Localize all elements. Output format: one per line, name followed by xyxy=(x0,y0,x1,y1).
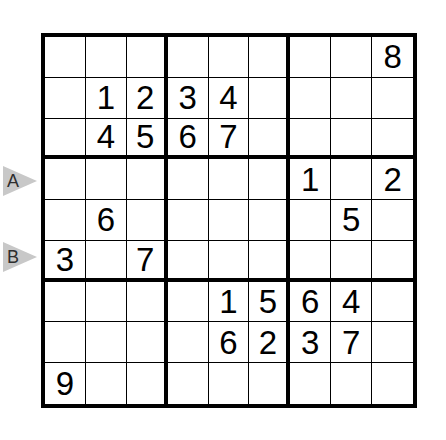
cell-r5c9[interactable] xyxy=(372,200,413,241)
cell-r2c3[interactable]: 2 xyxy=(127,78,168,119)
cell-r8c2[interactable] xyxy=(86,322,127,363)
cell-r8c9[interactable] xyxy=(372,322,413,363)
cell-r5c3[interactable] xyxy=(127,200,168,241)
cell-r4c2[interactable] xyxy=(86,159,127,200)
cell-r9c5[interactable] xyxy=(209,363,250,404)
cell-r9c8[interactable] xyxy=(331,363,372,404)
row-marker-a: A xyxy=(3,166,37,196)
cell-r8c3[interactable] xyxy=(127,322,168,363)
cell-r7c9[interactable] xyxy=(372,282,413,323)
sudoku-grid: 812344567126537156462379 xyxy=(41,33,417,408)
cell-r4c1[interactable] xyxy=(45,159,86,200)
cell-r5c7[interactable] xyxy=(290,200,331,241)
cell-r8c6[interactable]: 2 xyxy=(249,322,290,363)
cell-r3c8[interactable] xyxy=(331,119,372,160)
cell-r5c8[interactable]: 5 xyxy=(331,200,372,241)
cell-r2c9[interactable] xyxy=(372,78,413,119)
cell-r9c6[interactable] xyxy=(249,363,290,404)
cell-r4c7[interactable]: 1 xyxy=(290,159,331,200)
cell-r2c1[interactable] xyxy=(45,78,86,119)
cell-r7c6[interactable]: 5 xyxy=(249,282,290,323)
cell-r3c6[interactable] xyxy=(249,119,290,160)
cell-r6c8[interactable] xyxy=(331,241,372,282)
cell-r2c7[interactable] xyxy=(290,78,331,119)
cell-r1c1[interactable] xyxy=(45,37,86,78)
cell-r9c9[interactable] xyxy=(372,363,413,404)
cell-r2c4[interactable]: 3 xyxy=(168,78,209,119)
sudoku-puzzle: A B 812344567126537156462379 xyxy=(0,0,446,440)
cell-r8c8[interactable]: 7 xyxy=(331,322,372,363)
cell-r2c6[interactable] xyxy=(249,78,290,119)
cell-r3c5[interactable]: 7 xyxy=(209,119,250,160)
cell-r7c5[interactable]: 1 xyxy=(209,282,250,323)
cell-r6c7[interactable] xyxy=(290,241,331,282)
cell-r7c2[interactable] xyxy=(86,282,127,323)
cell-r9c3[interactable] xyxy=(127,363,168,404)
cell-r1c5[interactable] xyxy=(209,37,250,78)
cell-r9c4[interactable] xyxy=(168,363,209,404)
cell-r5c2[interactable]: 6 xyxy=(86,200,127,241)
row-marker-b: B xyxy=(3,242,37,272)
cell-r4c3[interactable] xyxy=(127,159,168,200)
cell-r6c2[interactable] xyxy=(86,241,127,282)
cell-r2c5[interactable]: 4 xyxy=(209,78,250,119)
cell-r4c4[interactable] xyxy=(168,159,209,200)
cell-r6c1[interactable]: 3 xyxy=(45,241,86,282)
cell-r1c9[interactable]: 8 xyxy=(372,37,413,78)
cell-r8c1[interactable] xyxy=(45,322,86,363)
cell-r9c7[interactable] xyxy=(290,363,331,404)
cell-r2c2[interactable]: 1 xyxy=(86,78,127,119)
cell-r8c7[interactable]: 3 xyxy=(290,322,331,363)
cell-r5c5[interactable] xyxy=(209,200,250,241)
cell-r3c1[interactable] xyxy=(45,119,86,160)
cell-r2c8[interactable] xyxy=(331,78,372,119)
cell-r6c6[interactable] xyxy=(249,241,290,282)
cell-r1c6[interactable] xyxy=(249,37,290,78)
row-marker-b-label: B xyxy=(7,248,19,266)
cell-r7c4[interactable] xyxy=(168,282,209,323)
cell-r1c3[interactable] xyxy=(127,37,168,78)
cell-r6c4[interactable] xyxy=(168,241,209,282)
cell-r5c1[interactable] xyxy=(45,200,86,241)
cell-r9c1[interactable]: 9 xyxy=(45,363,86,404)
cell-r1c2[interactable] xyxy=(86,37,127,78)
cell-r4c5[interactable] xyxy=(209,159,250,200)
cell-r3c4[interactable]: 6 xyxy=(168,119,209,160)
cell-r3c9[interactable] xyxy=(372,119,413,160)
cell-r3c7[interactable] xyxy=(290,119,331,160)
cell-r9c2[interactable] xyxy=(86,363,127,404)
cell-r6c9[interactable] xyxy=(372,241,413,282)
cell-r7c3[interactable] xyxy=(127,282,168,323)
cell-r3c3[interactable]: 5 xyxy=(127,119,168,160)
cell-r8c5[interactable]: 6 xyxy=(209,322,250,363)
row-marker-a-label: A xyxy=(7,172,19,190)
cell-r7c8[interactable]: 4 xyxy=(331,282,372,323)
cell-r6c3[interactable]: 7 xyxy=(127,241,168,282)
cell-r5c6[interactable] xyxy=(249,200,290,241)
cell-r4c8[interactable] xyxy=(331,159,372,200)
cell-r7c1[interactable] xyxy=(45,282,86,323)
cell-r1c8[interactable] xyxy=(331,37,372,78)
cell-r5c4[interactable] xyxy=(168,200,209,241)
cell-r8c4[interactable] xyxy=(168,322,209,363)
cell-r6c5[interactable] xyxy=(209,241,250,282)
cell-r1c7[interactable] xyxy=(290,37,331,78)
cell-r4c6[interactable] xyxy=(249,159,290,200)
cell-r1c4[interactable] xyxy=(168,37,209,78)
cell-r7c7[interactable]: 6 xyxy=(290,282,331,323)
cell-r4c9[interactable]: 2 xyxy=(372,159,413,200)
cell-r3c2[interactable]: 4 xyxy=(86,119,127,160)
